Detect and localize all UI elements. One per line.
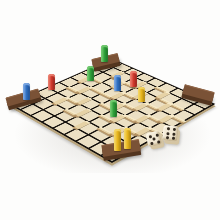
maze-wall-29[interactable]: [109, 92, 126, 100]
pawn-green-3[interactable]: [110, 100, 117, 117]
die-pip: [148, 135, 152, 139]
pawn-blue-2[interactable]: [114, 75, 121, 91]
die-pip: [171, 136, 174, 139]
maze-wall-32[interactable]: [76, 86, 93, 94]
die-pip: [152, 137, 156, 141]
maze-wall-39[interactable]: [74, 108, 92, 117]
pawn-red-2[interactable]: [130, 71, 137, 87]
maze-wall-41[interactable]: [73, 120, 91, 129]
die-pip: [172, 128, 175, 131]
maze-wall-38[interactable]: [52, 97, 70, 105]
maze-wall-30[interactable]: [132, 103, 149, 112]
pawn-yellow-2[interactable]: [114, 129, 121, 151]
maze-wall-31[interactable]: [157, 114, 174, 123]
die-pip: [166, 132, 169, 135]
pawn-red-1[interactable]: [48, 74, 55, 90]
die-pip: [155, 133, 159, 137]
photo-scene: [0, 0, 220, 220]
die-pip: [166, 127, 169, 130]
pawn-yellow-1[interactable]: [138, 87, 145, 102]
die-pip: [150, 141, 154, 145]
die-pip: [172, 132, 175, 135]
pawn-yellow-3[interactable]: [124, 128, 131, 149]
die-2[interactable]: [162, 125, 178, 141]
maze-wall-34[interactable]: [133, 114, 150, 123]
pawn-green-1[interactable]: [101, 45, 108, 62]
maze-wall-35[interactable]: [75, 97, 92, 105]
die-1[interactable]: [146, 131, 163, 148]
die-pip: [165, 136, 168, 139]
pawn-green-2[interactable]: [87, 66, 94, 81]
pawn-blue-1[interactable]: [23, 83, 30, 100]
die-pip: [156, 140, 160, 144]
maze-wall-27[interactable]: [156, 103, 173, 112]
